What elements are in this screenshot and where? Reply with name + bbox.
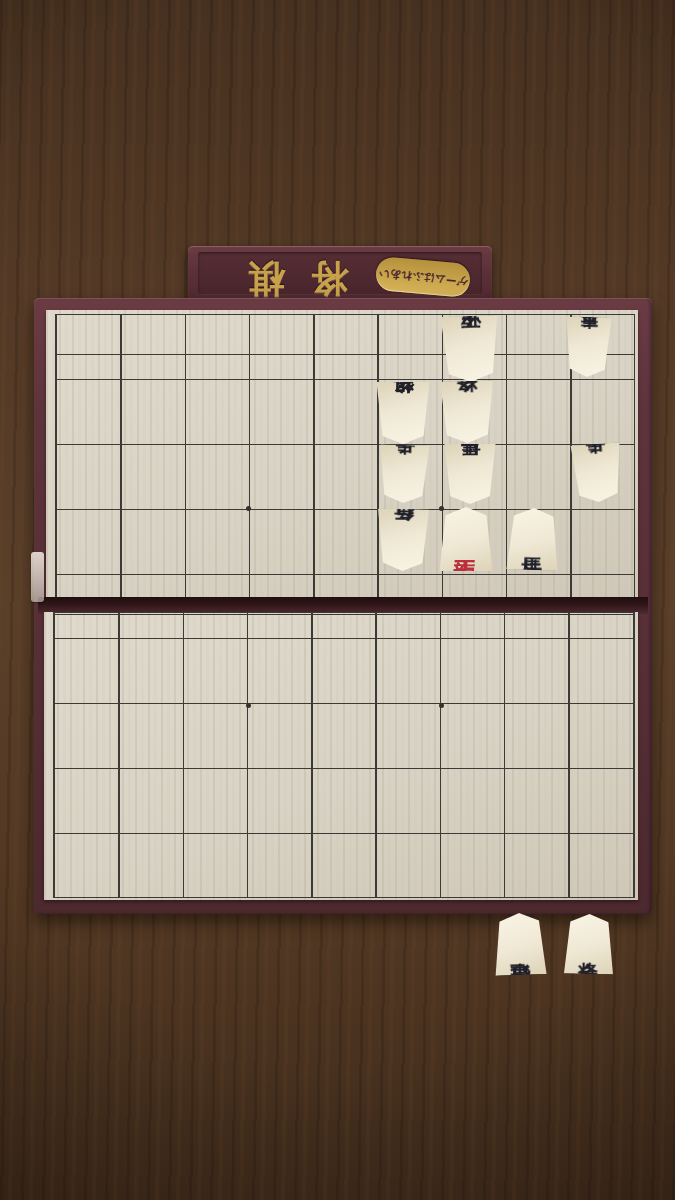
koma-kanji: 銀将: [393, 411, 414, 416]
star-point: [439, 506, 444, 511]
koma-kanji: 桂馬: [522, 536, 543, 542]
koma-kanji: 龍王: [455, 537, 478, 542]
star-point: [439, 703, 444, 708]
koma-kanji: 玉将: [458, 346, 481, 352]
star-point: [246, 703, 251, 708]
box-lid: 将棋 ゲームはふれあい: [188, 246, 492, 304]
koma-kanji: 金将: [456, 409, 477, 414]
grid-bottom: [53, 612, 635, 898]
koma-gote-gold-3b[interactable]: 金将: [439, 381, 494, 444]
lid-slogan-badge: ゲームはふれあい: [375, 256, 472, 298]
koma-hand-rook[interactable]: 飛車: [493, 912, 547, 976]
koma-kanji: 飛車: [509, 941, 530, 947]
koma-hand-gold[interactable]: 金将: [563, 914, 614, 975]
lid-recess-panel: 将棋 ゲームはふれあい: [198, 252, 482, 295]
koma-gote-king-3a[interactable]: 玉将: [440, 315, 500, 383]
koma-gote-knight-3c[interactable]: 桂馬: [444, 444, 496, 504]
board-bottom-panel: [44, 612, 638, 900]
koma-gote-bishop-4d[interactable]: 角行: [376, 509, 429, 572]
koma-kanji: 香車: [578, 344, 597, 350]
table-surface: 将棋 ゲームはふれあい 香車 玉将 銀将 金将 歩兵 桂馬 歩兵 角行 龍王 桂: [0, 0, 675, 1200]
koma-sente-dragon-3d[interactable]: 龍王: [439, 507, 493, 571]
koma-sente-knight-2d[interactable]: 桂馬: [506, 507, 560, 571]
lid-title: 将棋: [222, 253, 348, 303]
koma-gote-pawn-4c[interactable]: 歩兵: [378, 444, 430, 504]
koma-gote-silver-4b[interactable]: 銀将: [376, 382, 430, 444]
star-point: [246, 506, 251, 511]
koma-kanji: 歩兵: [394, 471, 414, 477]
koma-gote-lance-1a[interactable]: 香車: [564, 316, 612, 378]
koma-kanji: 桂馬: [460, 472, 480, 477]
tape-residue: [31, 552, 44, 602]
lid-slogan: ゲームはふれあい: [378, 266, 469, 288]
koma-kanji: 金将: [579, 941, 599, 946]
koma-kanji: 歩兵: [587, 470, 607, 476]
koma-kanji: 角行: [393, 537, 413, 542]
